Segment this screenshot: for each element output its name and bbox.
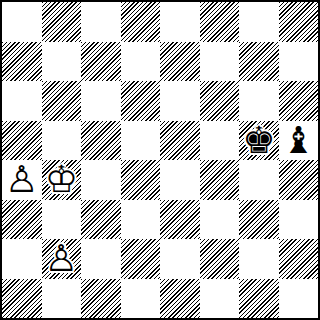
square-b6[interactable] — [42, 81, 82, 121]
square-g4[interactable] — [239, 160, 279, 200]
square-f6[interactable] — [200, 81, 240, 121]
white-pawn[interactable]: ♟♙ — [2, 160, 42, 200]
square-e3[interactable] — [160, 200, 200, 240]
square-g5[interactable]: ♚♚ — [239, 121, 279, 161]
square-g8[interactable] — [239, 2, 279, 42]
square-b3[interactable] — [42, 200, 82, 240]
square-f2[interactable] — [200, 239, 240, 279]
square-c3[interactable] — [81, 200, 121, 240]
square-c5[interactable] — [81, 121, 121, 161]
square-f5[interactable] — [200, 121, 240, 161]
square-a7[interactable] — [2, 42, 42, 82]
square-b1[interactable] — [42, 279, 82, 319]
square-a8[interactable] — [2, 2, 42, 42]
square-d3[interactable] — [121, 200, 161, 240]
square-h4[interactable] — [279, 160, 319, 200]
white-king-glyph: ♔ — [45, 161, 78, 198]
square-e5[interactable] — [160, 121, 200, 161]
square-c8[interactable] — [81, 2, 121, 42]
square-c7[interactable] — [81, 42, 121, 82]
square-g1[interactable] — [239, 279, 279, 319]
square-h8[interactable] — [279, 2, 319, 42]
square-h6[interactable] — [279, 81, 319, 121]
square-h2[interactable] — [279, 239, 319, 279]
square-e8[interactable] — [160, 2, 200, 42]
square-b2[interactable]: ♟♙ — [42, 239, 82, 279]
black-king-glyph: ♚ — [242, 122, 275, 159]
black-king[interactable]: ♚♚ — [239, 121, 279, 161]
square-a3[interactable] — [2, 200, 42, 240]
square-f4[interactable] — [200, 160, 240, 200]
square-h7[interactable] — [279, 42, 319, 82]
square-h5[interactable]: ♝♝ — [279, 121, 319, 161]
square-f1[interactable] — [200, 279, 240, 319]
square-d5[interactable] — [121, 121, 161, 161]
square-b8[interactable] — [42, 2, 82, 42]
square-b7[interactable] — [42, 42, 82, 82]
square-c2[interactable] — [81, 239, 121, 279]
square-b5[interactable] — [42, 121, 82, 161]
square-c6[interactable] — [81, 81, 121, 121]
chess-board: ♚♚♝♝♟♙♚♔♟♙ — [0, 0, 320, 320]
square-c4[interactable] — [81, 160, 121, 200]
square-d4[interactable] — [121, 160, 161, 200]
black-bishop-glyph: ♝ — [282, 122, 315, 159]
square-c1[interactable] — [81, 279, 121, 319]
square-g3[interactable] — [239, 200, 279, 240]
square-e1[interactable] — [160, 279, 200, 319]
square-a2[interactable] — [2, 239, 42, 279]
black-bishop[interactable]: ♝♝ — [279, 121, 319, 161]
square-a5[interactable] — [2, 121, 42, 161]
square-e4[interactable] — [160, 160, 200, 200]
square-d8[interactable] — [121, 2, 161, 42]
square-a6[interactable] — [2, 81, 42, 121]
square-d1[interactable] — [121, 279, 161, 319]
white-pawn[interactable]: ♟♙ — [42, 239, 82, 279]
square-a4[interactable]: ♟♙ — [2, 160, 42, 200]
square-e7[interactable] — [160, 42, 200, 82]
square-f7[interactable] — [200, 42, 240, 82]
square-g7[interactable] — [239, 42, 279, 82]
square-g6[interactable] — [239, 81, 279, 121]
square-d2[interactable] — [121, 239, 161, 279]
square-a1[interactable] — [2, 279, 42, 319]
white-pawn-glyph: ♙ — [5, 161, 38, 198]
square-h1[interactable] — [279, 279, 319, 319]
square-d6[interactable] — [121, 81, 161, 121]
square-f3[interactable] — [200, 200, 240, 240]
white-king[interactable]: ♚♔ — [42, 160, 82, 200]
square-b4[interactable]: ♚♔ — [42, 160, 82, 200]
square-d7[interactable] — [121, 42, 161, 82]
square-f8[interactable] — [200, 2, 240, 42]
square-e6[interactable] — [160, 81, 200, 121]
square-g2[interactable] — [239, 239, 279, 279]
white-pawn-glyph: ♙ — [45, 240, 78, 277]
square-h3[interactable] — [279, 200, 319, 240]
square-e2[interactable] — [160, 239, 200, 279]
